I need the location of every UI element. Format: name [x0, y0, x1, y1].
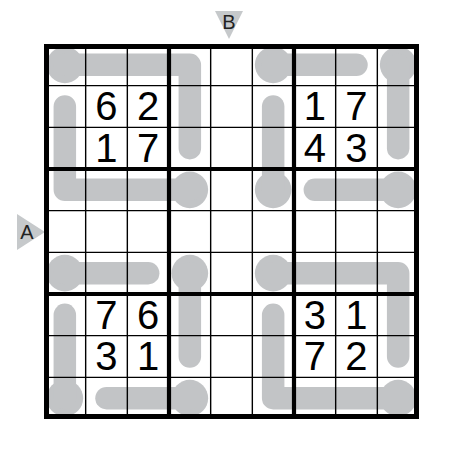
- cell-r5c8[interactable]: [336, 211, 378, 253]
- cell-r6c5[interactable]: [211, 252, 253, 294]
- cell-r4c9[interactable]: [377, 169, 419, 211]
- cell-r6c2[interactable]: [86, 252, 128, 294]
- given-digit: 6: [137, 295, 159, 335]
- given-digit: 3: [95, 336, 117, 376]
- cell-r4c5[interactable]: [211, 169, 253, 211]
- column-marker-b: B: [215, 11, 243, 39]
- given-digit: 3: [345, 128, 367, 168]
- cell-r7c1[interactable]: [44, 294, 86, 336]
- given-digit: 1: [304, 86, 326, 126]
- cell-r7c9[interactable]: [377, 294, 419, 336]
- cell-r3c1[interactable]: [44, 127, 86, 169]
- cell-r6c9[interactable]: [377, 252, 419, 294]
- cell-r9c6[interactable]: [252, 377, 294, 419]
- cell-r3c2[interactable]: 1: [86, 127, 128, 169]
- cell-r9c8[interactable]: [336, 377, 378, 419]
- cell-r1c7[interactable]: [294, 44, 336, 86]
- cell-r8c6[interactable]: [252, 336, 294, 378]
- cell-r1c2[interactable]: [86, 44, 128, 86]
- cell-r5c1[interactable]: [44, 211, 86, 253]
- cell-r2c8[interactable]: 7: [336, 86, 378, 128]
- given-digit: 1: [137, 336, 159, 376]
- cell-r7c3[interactable]: 6: [127, 294, 169, 336]
- cell-r1c3[interactable]: [127, 44, 169, 86]
- cell-r6c1[interactable]: [44, 252, 86, 294]
- cell-r1c6[interactable]: [252, 44, 294, 86]
- cell-r4c2[interactable]: [86, 169, 128, 211]
- cell-r3c6[interactable]: [252, 127, 294, 169]
- row-marker-a-label: A: [20, 221, 34, 243]
- cell-r9c4[interactable]: [169, 377, 211, 419]
- cell-r4c6[interactable]: [252, 169, 294, 211]
- given-digit: 1: [95, 128, 117, 168]
- cell-r2c3[interactable]: 2: [127, 86, 169, 128]
- cell-r6c7[interactable]: [294, 252, 336, 294]
- cell-r4c3[interactable]: [127, 169, 169, 211]
- cell-r7c8[interactable]: 1: [336, 294, 378, 336]
- cell-r8c7[interactable]: 7: [294, 336, 336, 378]
- sudoku-board: 6217174376313172: [44, 44, 419, 419]
- given-digit: 4: [304, 128, 326, 168]
- cell-r5c6[interactable]: [252, 211, 294, 253]
- cell-r4c8[interactable]: [336, 169, 378, 211]
- cell-r3c4[interactable]: [169, 127, 211, 169]
- cell-r2c5[interactable]: [211, 86, 253, 128]
- cell-r9c1[interactable]: [44, 377, 86, 419]
- cell-r2c7[interactable]: 1: [294, 86, 336, 128]
- cell-r3c5[interactable]: [211, 127, 253, 169]
- cell-r2c2[interactable]: 6: [86, 86, 128, 128]
- cell-r6c6[interactable]: [252, 252, 294, 294]
- given-digit: 2: [137, 86, 159, 126]
- cell-r3c3[interactable]: 7: [127, 127, 169, 169]
- cell-r9c7[interactable]: [294, 377, 336, 419]
- cell-r1c9[interactable]: [377, 44, 419, 86]
- cell-r4c1[interactable]: [44, 169, 86, 211]
- column-marker-b-label: B: [222, 11, 235, 33]
- cell-r7c4[interactable]: [169, 294, 211, 336]
- given-digit: 7: [345, 86, 367, 126]
- cell-r4c7[interactable]: [294, 169, 336, 211]
- cell-r1c5[interactable]: [211, 44, 253, 86]
- given-digit: 1: [345, 295, 367, 335]
- cell-r7c5[interactable]: [211, 294, 253, 336]
- cell-r8c2[interactable]: 3: [86, 336, 128, 378]
- cell-r3c7[interactable]: 4: [294, 127, 336, 169]
- given-digit: 3: [304, 295, 326, 335]
- row-marker-a: A: [17, 214, 45, 250]
- cell-r2c6[interactable]: [252, 86, 294, 128]
- cell-r8c5[interactable]: [211, 336, 253, 378]
- cell-r2c4[interactable]: [169, 86, 211, 128]
- cell-r3c9[interactable]: [377, 127, 419, 169]
- cell-r5c7[interactable]: [294, 211, 336, 253]
- cell-r5c4[interactable]: [169, 211, 211, 253]
- given-digit: 2: [345, 336, 367, 376]
- cell-r1c8[interactable]: [336, 44, 378, 86]
- cell-r8c1[interactable]: [44, 336, 86, 378]
- given-digit: 7: [137, 128, 159, 168]
- cell-r1c4[interactable]: [169, 44, 211, 86]
- cell-r9c5[interactable]: [211, 377, 253, 419]
- cell-r5c5[interactable]: [211, 211, 253, 253]
- cell-r5c9[interactable]: [377, 211, 419, 253]
- cell-r6c4[interactable]: [169, 252, 211, 294]
- cell-r6c8[interactable]: [336, 252, 378, 294]
- cell-r2c1[interactable]: [44, 86, 86, 128]
- cell-r9c9[interactable]: [377, 377, 419, 419]
- cell-r8c3[interactable]: 1: [127, 336, 169, 378]
- given-digit: 7: [304, 336, 326, 376]
- cell-grid: 6217174376313172: [44, 44, 419, 419]
- cell-r4c4[interactable]: [169, 169, 211, 211]
- cell-r7c2[interactable]: 7: [86, 294, 128, 336]
- thermo-sudoku-page: B A 6217174376313172: [0, 0, 465, 464]
- cell-r2c9[interactable]: [377, 86, 419, 128]
- cell-r8c9[interactable]: [377, 336, 419, 378]
- cell-r6c3[interactable]: [127, 252, 169, 294]
- cell-r8c4[interactable]: [169, 336, 211, 378]
- cell-r3c8[interactable]: 3: [336, 127, 378, 169]
- given-digit: 7: [95, 295, 117, 335]
- cell-r9c2[interactable]: [86, 377, 128, 419]
- cell-r5c3[interactable]: [127, 211, 169, 253]
- cell-r1c1[interactable]: [44, 44, 86, 86]
- given-digit: 6: [95, 86, 117, 126]
- cell-r9c3[interactable]: [127, 377, 169, 419]
- cell-r8c8[interactable]: 2: [336, 336, 378, 378]
- cell-r5c2[interactable]: [86, 211, 128, 253]
- cell-r7c6[interactable]: [252, 294, 294, 336]
- cell-r7c7[interactable]: 3: [294, 294, 336, 336]
